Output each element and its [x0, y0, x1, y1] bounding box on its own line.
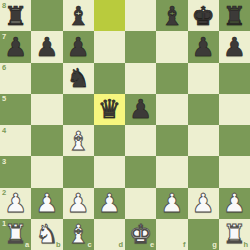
black-bishop[interactable]: ♝ [66, 2, 89, 28]
square-c4[interactable]: ♝ [63, 125, 94, 156]
square-c5[interactable] [63, 94, 94, 125]
square-a7[interactable]: 7♟ [0, 31, 31, 62]
square-h3[interactable] [219, 156, 250, 187]
square-b3[interactable] [31, 156, 62, 187]
black-rook[interactable]: ♜ [223, 2, 246, 28]
square-g7[interactable]: ♟ [188, 31, 219, 62]
square-f1[interactable]: f [156, 219, 187, 250]
square-d1[interactable]: d [94, 219, 125, 250]
black-pawn[interactable]: ♟ [191, 33, 214, 59]
square-c6[interactable]: ♞ [63, 63, 94, 94]
square-b2[interactable]: ♟ [31, 188, 62, 219]
square-g3[interactable] [188, 156, 219, 187]
white-bishop[interactable]: ♝ [66, 127, 89, 153]
black-pawn[interactable]: ♟ [4, 33, 27, 59]
square-g2[interactable]: ♟ [188, 188, 219, 219]
square-c7[interactable]: ♟ [63, 31, 94, 62]
square-h1[interactable]: h♜ [219, 219, 250, 250]
square-g5[interactable] [188, 94, 219, 125]
square-d3[interactable] [94, 156, 125, 187]
chess-board: 8♜♝♝♚♜7♟♟♟♟♟6♞5♛♟4♝32♟♟♟♟♟♟♟1a♜b♞c♝de♚fg… [0, 0, 250, 250]
square-d4[interactable] [94, 125, 125, 156]
square-f8[interactable]: ♝ [156, 0, 187, 31]
square-f5[interactable] [156, 94, 187, 125]
square-e5[interactable]: ♟ [125, 94, 156, 125]
white-knight[interactable]: ♞ [35, 221, 58, 247]
white-pawn[interactable]: ♟ [160, 190, 183, 216]
square-a8[interactable]: 8♜ [0, 0, 31, 31]
square-d5[interactable]: ♛ [94, 94, 125, 125]
black-pawn[interactable]: ♟ [129, 96, 152, 122]
square-g4[interactable] [188, 125, 219, 156]
square-d2[interactable]: ♟ [94, 188, 125, 219]
white-pawn[interactable]: ♟ [66, 190, 89, 216]
square-e1[interactable]: e♚ [125, 219, 156, 250]
rank-label-4: 4 [2, 127, 6, 135]
white-pawn[interactable]: ♟ [191, 190, 214, 216]
square-a6[interactable]: 6 [0, 63, 31, 94]
square-b1[interactable]: b♞ [31, 219, 62, 250]
white-pawn[interactable]: ♟ [4, 190, 27, 216]
black-pawn[interactable]: ♟ [223, 33, 246, 59]
black-king[interactable]: ♚ [191, 2, 214, 28]
square-b6[interactable] [31, 63, 62, 94]
square-b5[interactable] [31, 94, 62, 125]
square-e8[interactable] [125, 0, 156, 31]
square-f4[interactable] [156, 125, 187, 156]
square-c1[interactable]: c♝ [63, 219, 94, 250]
black-rook[interactable]: ♜ [4, 2, 27, 28]
rank-label-3: 3 [2, 158, 6, 166]
square-e2[interactable] [125, 188, 156, 219]
square-d7[interactable] [94, 31, 125, 62]
square-h7[interactable]: ♟ [219, 31, 250, 62]
square-a3[interactable]: 3 [0, 156, 31, 187]
rank-label-5: 5 [2, 95, 6, 103]
square-e4[interactable] [125, 125, 156, 156]
white-king[interactable]: ♚ [129, 221, 152, 247]
file-label-g: g [212, 241, 217, 249]
rank-label-6: 6 [2, 64, 6, 72]
white-pawn[interactable]: ♟ [35, 190, 58, 216]
square-h6[interactable] [219, 63, 250, 94]
square-a5[interactable]: 5 [0, 94, 31, 125]
square-g1[interactable]: g [188, 219, 219, 250]
square-f6[interactable] [156, 63, 187, 94]
square-e3[interactable] [125, 156, 156, 187]
square-g8[interactable]: ♚ [188, 0, 219, 31]
square-f2[interactable]: ♟ [156, 188, 187, 219]
square-d8[interactable] [94, 0, 125, 31]
square-h5[interactable] [219, 94, 250, 125]
square-c3[interactable] [63, 156, 94, 187]
square-a4[interactable]: 4 [0, 125, 31, 156]
black-bishop[interactable]: ♝ [160, 2, 183, 28]
black-pawn[interactable]: ♟ [66, 33, 89, 59]
square-b8[interactable] [31, 0, 62, 31]
square-c2[interactable]: ♟ [63, 188, 94, 219]
black-queen[interactable]: ♛ [98, 96, 121, 122]
square-d6[interactable] [94, 63, 125, 94]
square-g6[interactable] [188, 63, 219, 94]
white-pawn[interactable]: ♟ [98, 190, 121, 216]
square-e6[interactable] [125, 63, 156, 94]
square-e7[interactable] [125, 31, 156, 62]
white-rook[interactable]: ♜ [4, 221, 27, 247]
file-label-d: d [118, 241, 123, 249]
square-b4[interactable] [31, 125, 62, 156]
white-bishop[interactable]: ♝ [66, 221, 89, 247]
square-f3[interactable] [156, 156, 187, 187]
square-h2[interactable]: ♟ [219, 188, 250, 219]
black-pawn[interactable]: ♟ [35, 33, 58, 59]
square-f7[interactable] [156, 31, 187, 62]
white-rook[interactable]: ♜ [223, 221, 246, 247]
square-b7[interactable]: ♟ [31, 31, 62, 62]
square-a2[interactable]: 2♟ [0, 188, 31, 219]
chess-board-container: 8♜♝♝♚♜7♟♟♟♟♟6♞5♛♟4♝32♟♟♟♟♟♟♟1a♜b♞c♝de♚fg… [0, 0, 250, 250]
square-h8[interactable]: ♜ [219, 0, 250, 31]
square-a1[interactable]: 1a♜ [0, 219, 31, 250]
black-knight[interactable]: ♞ [66, 65, 89, 91]
square-h4[interactable] [219, 125, 250, 156]
white-pawn[interactable]: ♟ [223, 190, 246, 216]
square-c8[interactable]: ♝ [63, 0, 94, 31]
file-label-f: f [183, 241, 186, 249]
